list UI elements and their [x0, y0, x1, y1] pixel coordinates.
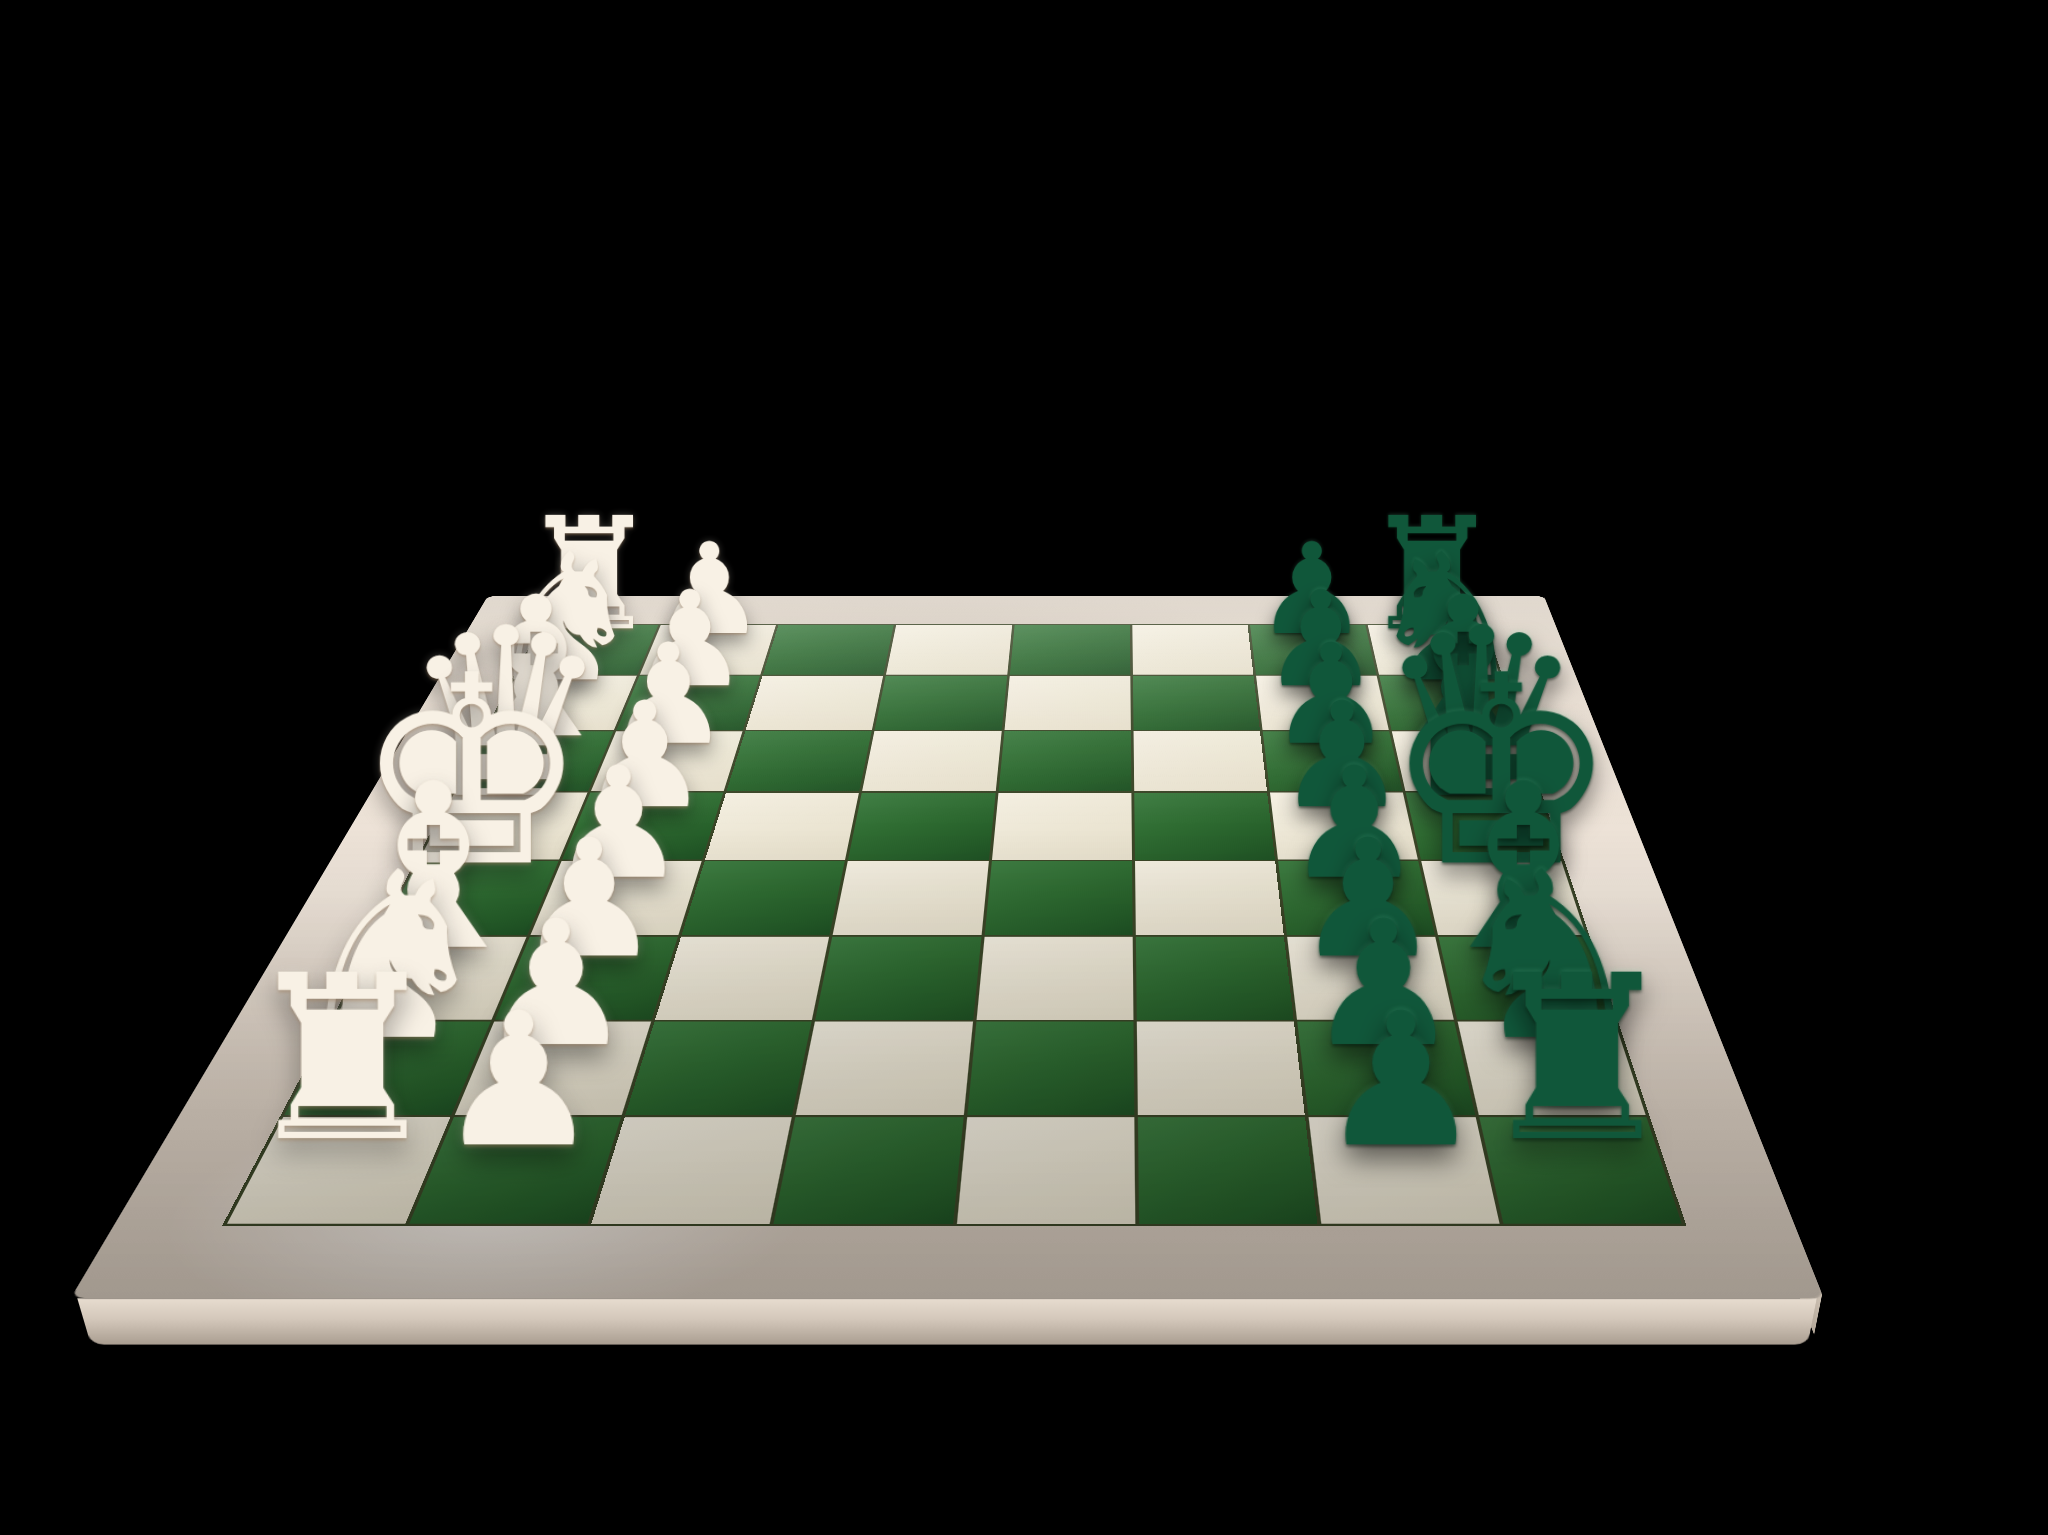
square-f4 [816, 936, 981, 1019]
square-e3 [682, 861, 845, 935]
square-e5 [984, 861, 1132, 935]
square-b5 [1004, 676, 1130, 730]
photo-scene: ♜♟♟♜♞♟♟♞♝♟♟♝♛♟♟♛♚♟♟♚♝♟♟♝♞♟♟♞♜♟♟♜ [0, 0, 2048, 1535]
square-b4 [875, 676, 1007, 730]
white-rook: ♜ [240, 952, 444, 1169]
square-g4 [796, 1021, 972, 1115]
square-h3 [592, 1117, 793, 1224]
square-c5 [998, 731, 1131, 791]
square-c4 [862, 731, 1001, 791]
white-pawn: ♟ [436, 993, 602, 1169]
green-pawn: ♟ [1318, 993, 1484, 1169]
square-e6 [1135, 861, 1284, 935]
chessboard: ♜♟♟♜♞♟♟♞♝♟♟♝♛♟♟♛♚♟♟♚♝♟♟♝♞♟♟♞♜♟♟♜ [71, 596, 1824, 1298]
square-b3 [746, 676, 884, 730]
square-b6 [1133, 676, 1260, 730]
square-a5 [1009, 625, 1130, 675]
square-h4 [774, 1117, 963, 1224]
square-d3 [705, 793, 859, 859]
square-f6 [1135, 936, 1293, 1019]
square-g6 [1136, 1021, 1304, 1115]
square-g5 [967, 1021, 1134, 1115]
square-d4 [849, 793, 996, 859]
board-front-edge [77, 1298, 1817, 1345]
board-frame: ♜♟♟♜♞♟♟♞♝♟♟♝♛♟♟♛♚♟♟♚♝♟♟♝♞♟♟♞♜♟♟♜ [71, 596, 1824, 1298]
square-f3 [655, 936, 829, 1019]
green-rook: ♜ [1475, 952, 1679, 1169]
square-a4 [886, 625, 1011, 675]
square-h6 [1137, 1117, 1317, 1224]
square-c3 [727, 731, 872, 791]
square-d6 [1134, 793, 1275, 859]
square-h5 [956, 1117, 1135, 1224]
square-g3 [626, 1021, 812, 1115]
square-a6 [1132, 625, 1253, 675]
square-d5 [992, 793, 1132, 859]
square-h1: ♜ [227, 1117, 451, 1224]
square-a3 [763, 625, 894, 675]
square-f5 [976, 936, 1133, 1019]
square-e4 [833, 861, 988, 935]
square-h7: ♟ [1308, 1117, 1499, 1224]
square-c6 [1133, 731, 1267, 791]
square-h8: ♜ [1479, 1117, 1682, 1224]
board-grid: ♜♟♟♜♞♟♟♞♝♟♟♝♛♟♟♛♚♟♟♚♝♟♟♝♞♟♟♞♜♟♟♜ [222, 624, 1687, 1226]
